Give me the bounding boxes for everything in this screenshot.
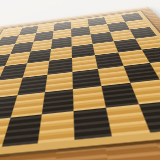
photo-background <box>0 0 160 160</box>
chessboard <box>0 0 160 160</box>
board-grid <box>0 11 160 160</box>
board-square <box>38 111 75 143</box>
board-frame <box>0 6 160 160</box>
